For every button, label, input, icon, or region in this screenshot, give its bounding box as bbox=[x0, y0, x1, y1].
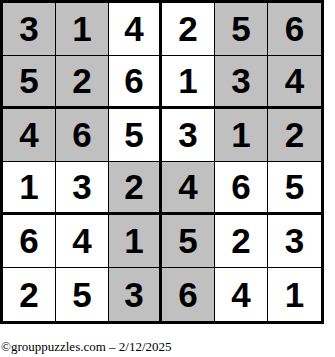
sudoku-board: 314256526134465312132465641523253641 bbox=[0, 0, 324, 324]
cell-r4c3[interactable]: 2 bbox=[109, 162, 162, 215]
cell-r5c1[interactable]: 6 bbox=[3, 215, 56, 268]
cell-r4c2[interactable]: 3 bbox=[56, 162, 109, 215]
cell-r6c6[interactable]: 1 bbox=[268, 268, 321, 321]
cell-r5c5[interactable]: 2 bbox=[215, 215, 268, 268]
cell-r1c3[interactable]: 4 bbox=[109, 3, 162, 56]
sudoku-page: 314256526134465312132465641523253641 ©gr… bbox=[0, 0, 335, 357]
cell-r5c4[interactable]: 5 bbox=[162, 215, 215, 268]
cell-r2c1[interactable]: 5 bbox=[3, 56, 56, 109]
cell-r6c5[interactable]: 4 bbox=[215, 268, 268, 321]
cell-r1c6[interactable]: 6 bbox=[268, 3, 321, 56]
cell-r2c5[interactable]: 3 bbox=[215, 56, 268, 109]
cell-r5c3[interactable]: 1 bbox=[109, 215, 162, 268]
cell-r4c5[interactable]: 6 bbox=[215, 162, 268, 215]
cell-r3c3[interactable]: 5 bbox=[109, 109, 162, 162]
cell-r3c5[interactable]: 1 bbox=[215, 109, 268, 162]
cell-r6c1[interactable]: 2 bbox=[3, 268, 56, 321]
cell-r2c6[interactable]: 4 bbox=[268, 56, 321, 109]
cell-r6c3[interactable]: 3 bbox=[109, 268, 162, 321]
cell-r3c1[interactable]: 4 bbox=[3, 109, 56, 162]
cell-r4c4[interactable]: 4 bbox=[162, 162, 215, 215]
cell-r2c2[interactable]: 2 bbox=[56, 56, 109, 109]
cell-r2c4[interactable]: 1 bbox=[162, 56, 215, 109]
cell-r5c2[interactable]: 4 bbox=[56, 215, 109, 268]
cell-r5c6[interactable]: 3 bbox=[268, 215, 321, 268]
cell-r3c2[interactable]: 6 bbox=[56, 109, 109, 162]
cell-r4c6[interactable]: 5 bbox=[268, 162, 321, 215]
cell-r1c5[interactable]: 5 bbox=[215, 3, 268, 56]
cell-r4c1[interactable]: 1 bbox=[3, 162, 56, 215]
cell-r3c4[interactable]: 3 bbox=[162, 109, 215, 162]
cell-r6c2[interactable]: 5 bbox=[56, 268, 109, 321]
cell-r1c2[interactable]: 1 bbox=[56, 3, 109, 56]
cell-r6c4[interactable]: 6 bbox=[162, 268, 215, 321]
cell-r2c3[interactable]: 6 bbox=[109, 56, 162, 109]
cell-r1c4[interactable]: 2 bbox=[162, 3, 215, 56]
cell-r1c1[interactable]: 3 bbox=[3, 3, 56, 56]
cell-r3c6[interactable]: 2 bbox=[268, 109, 321, 162]
copyright-footer: ©grouppuzzles.com – 2/12/2025 bbox=[1, 339, 172, 355]
